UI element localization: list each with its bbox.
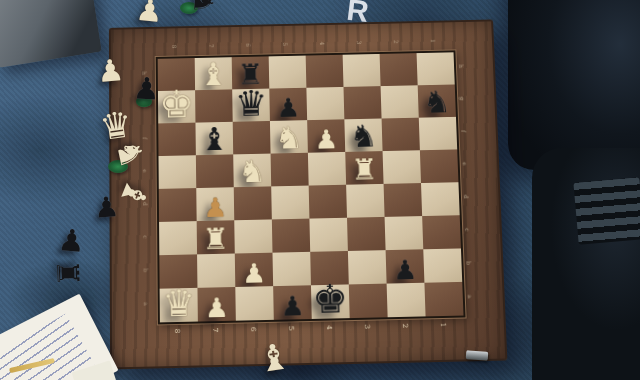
square-f7: ♝: [195, 122, 233, 155]
black-pawn-g5: ♟: [276, 95, 300, 121]
square-g7: [195, 89, 233, 122]
captured-black-pawn: ♟: [93, 193, 120, 223]
coordinate-label: 5: [281, 26, 289, 62]
board-latch: [466, 350, 489, 361]
black-rook-h6: ♜: [237, 60, 264, 89]
square-g1: ♞: [418, 84, 456, 117]
chair-top-right: [508, 0, 640, 170]
square-c5: [272, 219, 310, 253]
white-pawn-d7: ♟: [203, 194, 227, 221]
captured-black-pawn: ♟: [57, 225, 86, 257]
square-d5: [271, 186, 309, 220]
square-g5: ♟: [269, 88, 307, 121]
black-pawn-b2: ♟: [393, 256, 418, 283]
white-knight-e6: ♞: [238, 156, 267, 188]
black-king-a4: ♚: [312, 279, 349, 319]
square-f2: [382, 118, 420, 151]
square-f1: [419, 117, 457, 150]
square-a2: [387, 283, 426, 318]
square-a6: [235, 286, 273, 321]
black-knight-f3: ♞: [349, 121, 378, 152]
square-c4: [309, 218, 347, 252]
coordinate-label: h: [445, 61, 478, 71]
captured-black-pawn: ♟: [132, 73, 160, 104]
white-king-g8: ♚: [159, 85, 194, 124]
square-g4: [306, 87, 344, 120]
white-pawn-f4: ♟: [314, 126, 338, 152]
white-pawn-a7: ♟: [204, 294, 229, 321]
square-a4: ♚: [311, 284, 350, 319]
square-d6: [234, 186, 272, 220]
square-f4: ♟: [307, 119, 345, 152]
square-e8: [159, 155, 197, 189]
captured-white-bishop: ♝: [256, 338, 293, 378]
captured-black-rook: ♜: [52, 259, 83, 287]
square-d1: [421, 182, 460, 216]
radiator-slats: [573, 177, 640, 245]
square-g2: [381, 85, 419, 118]
square-g8: ♚: [158, 90, 196, 123]
black-pawn-a5: ♟: [280, 292, 305, 319]
square-e1: [420, 149, 459, 183]
white-queen-a8: ♛: [162, 285, 195, 322]
square-f6: [233, 121, 271, 154]
square-g6: ♛: [232, 89, 270, 122]
chess-board: ♝♜♚♛♟♞♝♞♟♞♞♜♟♜♟♟♛♟♟♚ 87654321 87654321 h…: [109, 19, 507, 369]
black-queen-g6: ♛: [234, 86, 267, 122]
square-a1: [424, 282, 463, 317]
coordinate-label: c: [129, 232, 163, 243]
square-d7: ♟: [196, 187, 234, 221]
white-rook-c7: ♜: [202, 224, 229, 254]
square-c6: [234, 219, 272, 253]
square-e3: ♜: [345, 151, 383, 185]
square-e5: [271, 153, 309, 187]
square-d4: [309, 185, 347, 219]
square-c3: [347, 217, 386, 251]
coordinate-label: 7: [207, 28, 214, 64]
square-e6: ♞: [233, 154, 271, 188]
square-b6: ♟: [235, 253, 273, 287]
square-e4: [308, 152, 346, 186]
square-a8: ♛: [160, 288, 198, 323]
white-rook-e3: ♜: [351, 155, 378, 185]
coordinate-label: 1: [429, 23, 437, 59]
square-c2: [385, 216, 424, 250]
square-b3: [348, 250, 387, 284]
square-g3: [343, 86, 381, 119]
coordinate-label: 3: [355, 25, 363, 61]
square-b1: [423, 248, 462, 282]
square-a5: ♟: [273, 285, 312, 320]
square-e2: [383, 150, 421, 184]
square-c7: ♜: [197, 220, 235, 254]
rank-labels-top: 87654321: [156, 37, 452, 50]
coordinate-label: b: [130, 265, 164, 276]
square-e7: [196, 154, 234, 188]
captured-black-knight: ♞: [190, 0, 218, 16]
square-a7: ♟: [197, 287, 235, 322]
square-b8: [159, 254, 197, 288]
square-b7: [197, 254, 235, 288]
square-d2: [384, 183, 423, 217]
square-b5: [272, 252, 310, 286]
square-d8: [159, 188, 197, 222]
coordinate-label: 6: [244, 27, 251, 63]
square-c8: [159, 221, 197, 255]
coordinate-label: 4: [318, 25, 326, 61]
captured-white-knight: ♞: [112, 137, 149, 172]
square-b4: [310, 251, 349, 285]
coordinate-label: 8: [171, 29, 178, 65]
square-b2: ♟: [386, 249, 425, 283]
square-a3: [349, 284, 388, 319]
white-pawn-b6: ♟: [242, 260, 267, 287]
square-f3: ♞: [344, 118, 382, 151]
white-knight-f5: ♞: [275, 122, 304, 153]
coordinate-label: a: [130, 298, 164, 309]
square-d3: [346, 184, 384, 218]
square-f5: ♞: [270, 120, 308, 153]
coordinate-label: 2: [392, 24, 400, 60]
captured-white-pawn: ♟: [135, 0, 165, 27]
square-f8: [158, 123, 196, 156]
black-knight-g1: ♞: [422, 86, 451, 117]
black-bishop-f7: ♝: [200, 123, 229, 155]
square-c1: [422, 215, 461, 249]
board-squares: ♝♜♚♛♟♞♝♞♟♞♞♜♟♜♟♟♛♟♟♚: [156, 50, 466, 324]
captured-white-pawn: ♟: [96, 55, 125, 87]
